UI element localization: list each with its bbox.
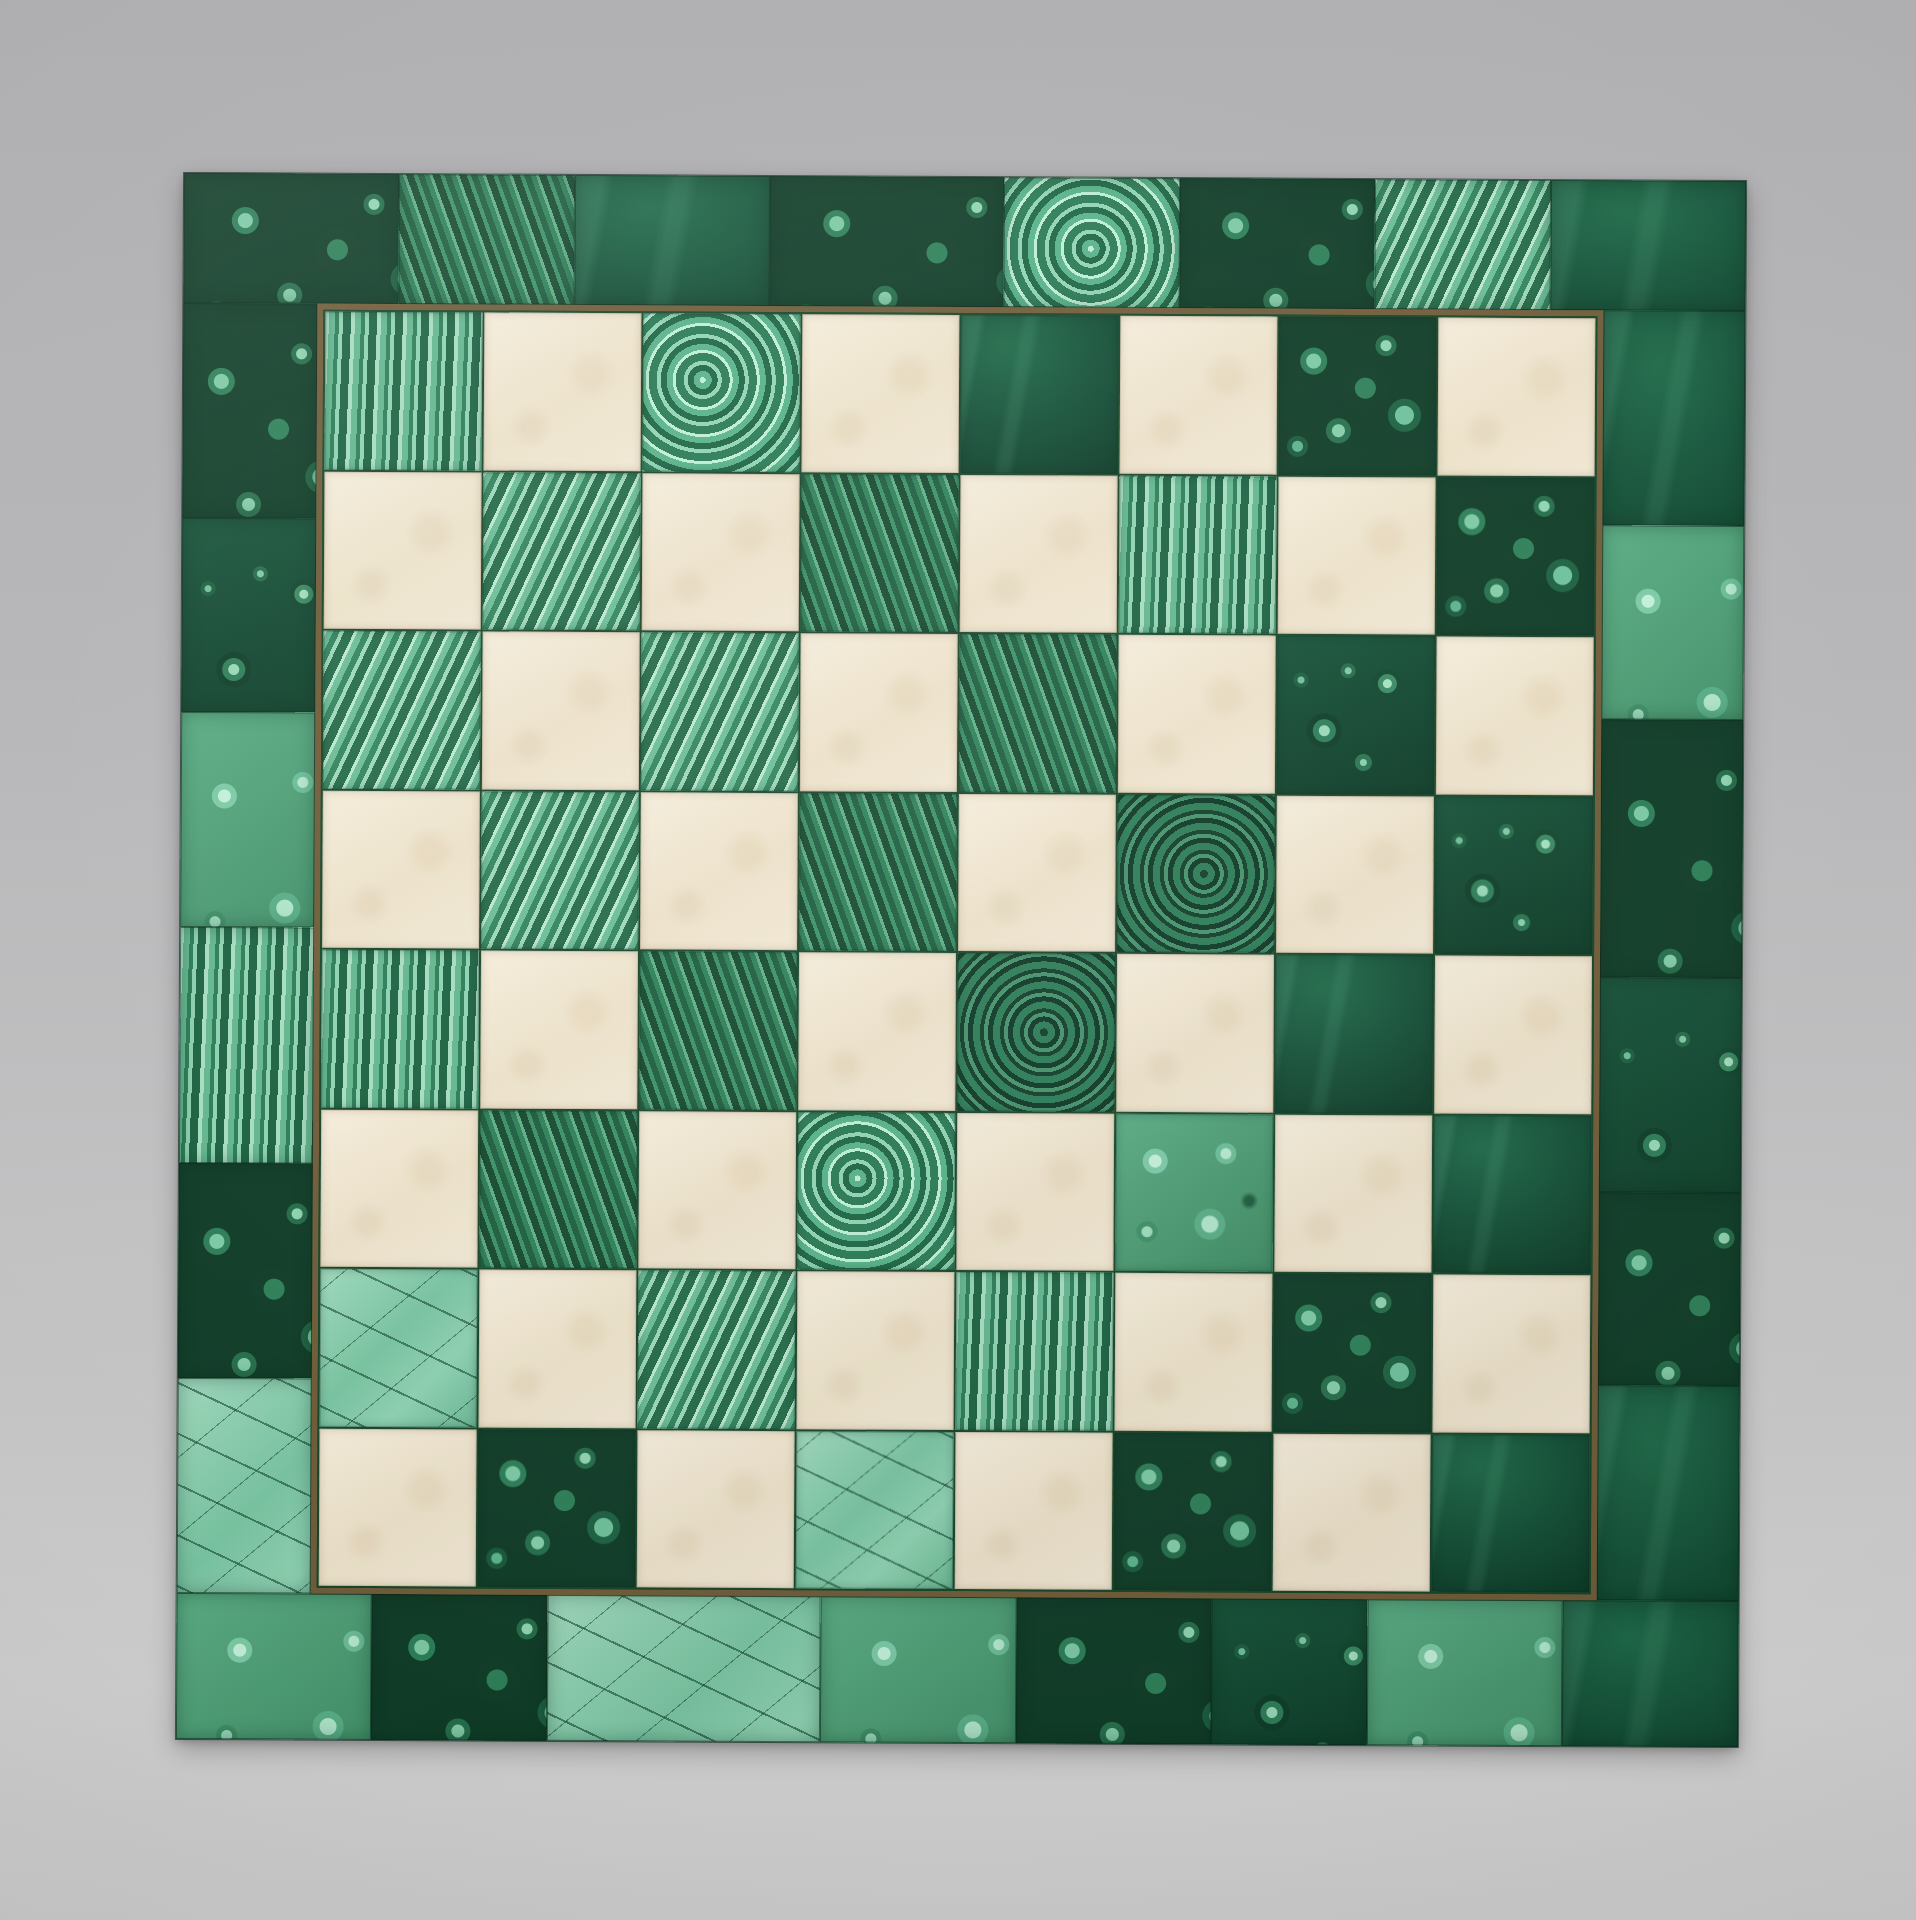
- square-r7c4[interactable]: [797, 1271, 955, 1429]
- border-tile-bottom-2: [371, 1594, 547, 1741]
- square-r1c5[interactable]: [961, 315, 1119, 473]
- square-r8c2[interactable]: [478, 1429, 636, 1587]
- border-tile-top-1: [183, 173, 398, 304]
- square-r6c7[interactable]: [1274, 1114, 1432, 1272]
- square-r6c5[interactable]: [956, 1112, 1114, 1270]
- square-r1c7[interactable]: [1279, 317, 1437, 475]
- square-r3c3[interactable]: [641, 632, 799, 790]
- square-r2c7[interactable]: [1278, 476, 1436, 634]
- border-tile-bottom-1: [176, 1593, 372, 1740]
- border-tile-right-4: [1599, 977, 1742, 1193]
- square-r8c8[interactable]: [1432, 1434, 1590, 1592]
- square-r2c2[interactable]: [483, 472, 641, 630]
- border-tile-right-5: [1598, 1192, 1741, 1386]
- border-tile-left-1: [182, 303, 317, 519]
- square-r2c1[interactable]: [324, 471, 482, 629]
- square-r4c5[interactable]: [958, 793, 1116, 951]
- square-r8c1[interactable]: [319, 1428, 477, 1586]
- square-r5c1[interactable]: [321, 950, 479, 1108]
- border-tile-top-3: [574, 175, 770, 306]
- square-r4c7[interactable]: [1276, 795, 1434, 953]
- square-r3c6[interactable]: [1118, 635, 1276, 793]
- square-r3c5[interactable]: [959, 634, 1117, 792]
- square-r1c2[interactable]: [484, 312, 642, 470]
- border-tile-top-6: [1179, 178, 1375, 309]
- board-border-top: [183, 173, 1746, 311]
- chess-board: [176, 173, 1746, 1747]
- square-r7c6[interactable]: [1115, 1273, 1273, 1431]
- square-r3c8[interactable]: [1436, 636, 1594, 794]
- square-r7c7[interactable]: [1274, 1274, 1432, 1432]
- square-r7c5[interactable]: [956, 1272, 1114, 1430]
- square-r5c3[interactable]: [639, 951, 797, 1109]
- border-tile-right-1: [1602, 310, 1745, 526]
- border-tile-bottom-6: [1211, 1598, 1368, 1745]
- square-r4c2[interactable]: [481, 791, 639, 949]
- border-tile-right-6: [1597, 1385, 1740, 1601]
- border-tile-left-3: [180, 711, 315, 927]
- square-r2c4[interactable]: [801, 474, 959, 632]
- square-r1c1[interactable]: [325, 312, 483, 470]
- square-r1c6[interactable]: [1120, 316, 1278, 474]
- board-border-right: [1597, 310, 1746, 1601]
- square-r2c5[interactable]: [960, 474, 1118, 632]
- square-r8c4[interactable]: [796, 1431, 954, 1589]
- square-r8c5[interactable]: [955, 1431, 1113, 1589]
- border-tile-top-7: [1374, 179, 1550, 310]
- square-r5c5[interactable]: [957, 953, 1115, 1111]
- square-r6c8[interactable]: [1433, 1115, 1591, 1273]
- square-r6c6[interactable]: [1115, 1113, 1273, 1271]
- square-r7c8[interactable]: [1433, 1274, 1591, 1432]
- border-tile-left-5: [178, 1163, 313, 1379]
- border-tile-right-2: [1601, 525, 1744, 719]
- border-tile-top-4: [769, 176, 1004, 307]
- square-r2c8[interactable]: [1437, 477, 1595, 635]
- border-tile-bottom-8: [1562, 1600, 1738, 1747]
- border-tile-top-5: [1003, 177, 1179, 308]
- board-border-left: [177, 303, 318, 1594]
- square-r8c6[interactable]: [1114, 1432, 1272, 1590]
- border-tile-bottom-4: [820, 1596, 1016, 1743]
- square-r6c1[interactable]: [320, 1109, 478, 1267]
- border-tile-bottom-3: [547, 1595, 821, 1742]
- border-tile-bottom-5: [1015, 1597, 1211, 1744]
- square-r7c1[interactable]: [320, 1269, 478, 1427]
- photo-background: [0, 0, 1916, 1920]
- square-r4c4[interactable]: [799, 793, 957, 951]
- square-r8c3[interactable]: [637, 1430, 795, 1588]
- square-r5c8[interactable]: [1434, 955, 1592, 1113]
- square-r3c7[interactable]: [1277, 636, 1435, 794]
- square-r4c6[interactable]: [1117, 794, 1275, 952]
- square-r4c8[interactable]: [1435, 796, 1593, 954]
- border-tile-top-8: [1550, 180, 1746, 311]
- square-r5c4[interactable]: [798, 952, 956, 1110]
- square-r7c3[interactable]: [638, 1270, 796, 1428]
- border-tile-right-3: [1600, 719, 1743, 978]
- square-r3c1[interactable]: [323, 631, 481, 789]
- square-r3c4[interactable]: [800, 633, 958, 791]
- square-r6c2[interactable]: [479, 1110, 637, 1268]
- border-tile-top-2: [398, 174, 574, 305]
- square-r6c3[interactable]: [638, 1111, 796, 1269]
- square-r4c1[interactable]: [322, 790, 480, 948]
- square-r5c6[interactable]: [1116, 954, 1274, 1112]
- square-r1c8[interactable]: [1438, 317, 1596, 475]
- square-r5c2[interactable]: [480, 950, 638, 1108]
- square-r1c4[interactable]: [802, 314, 960, 472]
- brass-inlay-frame: [311, 304, 1604, 1601]
- border-tile-left-4: [179, 926, 314, 1163]
- square-r6c4[interactable]: [797, 1112, 955, 1270]
- square-r5c7[interactable]: [1275, 955, 1433, 1113]
- square-r1c3[interactable]: [643, 313, 801, 471]
- border-tile-left-6: [177, 1378, 312, 1594]
- border-tile-bottom-7: [1367, 1599, 1563, 1746]
- square-r7c2[interactable]: [479, 1269, 637, 1427]
- square-r8c7[interactable]: [1273, 1433, 1431, 1591]
- board-border-bottom: [176, 1593, 1739, 1747]
- square-r3c2[interactable]: [482, 631, 640, 789]
- square-r2c3[interactable]: [642, 473, 800, 631]
- border-tile-left-2: [181, 518, 316, 712]
- square-r2c6[interactable]: [1119, 475, 1277, 633]
- playing-field: [317, 310, 1598, 1595]
- square-r4c3[interactable]: [640, 792, 798, 950]
